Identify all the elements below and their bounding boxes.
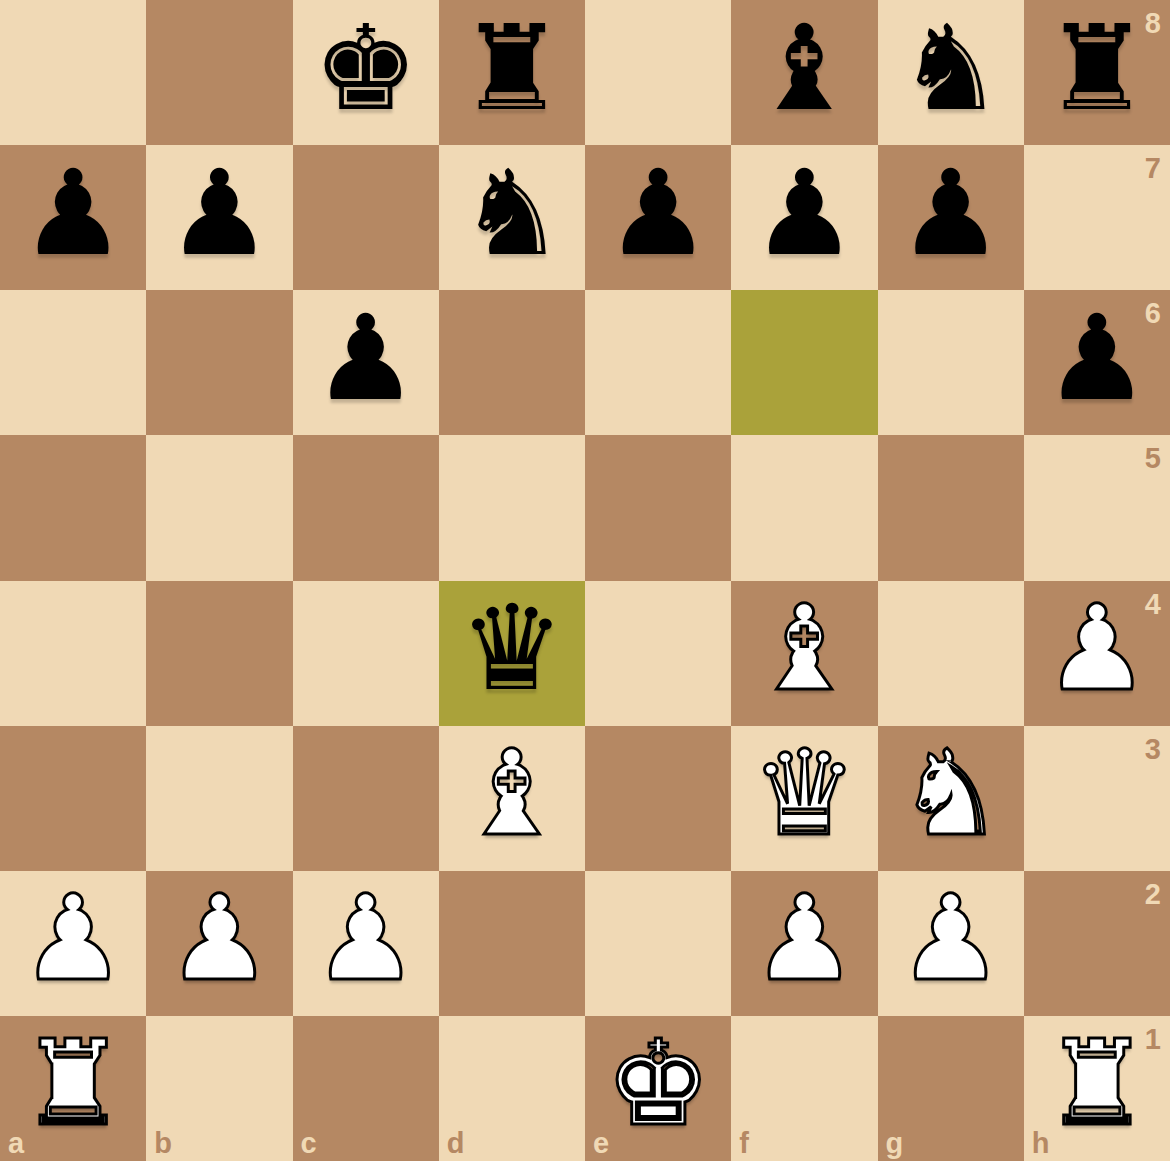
square-f2[interactable]: ♟ bbox=[731, 871, 877, 1016]
rank-label-3: 3 bbox=[1145, 733, 1161, 766]
black-rook[interactable]: ♜ bbox=[459, 9, 565, 127]
white-rook[interactable]: ♜ bbox=[1044, 1024, 1150, 1142]
square-e3[interactable] bbox=[585, 726, 731, 871]
rank-label-7: 7 bbox=[1145, 152, 1161, 185]
chess-board: ♚♜♝♞♜8♟♟♞♟♟♟7♟♟65♛♝♟4♝♛♞3♟♟♟♟♟2♜abcd♚efg… bbox=[0, 0, 1170, 1161]
black-pawn[interactable]: ♟ bbox=[751, 154, 857, 272]
black-pawn[interactable]: ♟ bbox=[898, 154, 1004, 272]
square-f3[interactable]: ♛ bbox=[731, 726, 877, 871]
square-e4[interactable] bbox=[585, 581, 731, 726]
file-label-g: g bbox=[886, 1127, 904, 1160]
black-bishop[interactable]: ♝ bbox=[751, 9, 857, 127]
black-knight[interactable]: ♞ bbox=[459, 154, 565, 272]
square-g6[interactable] bbox=[878, 290, 1024, 435]
square-a7[interactable]: ♟ bbox=[0, 145, 146, 290]
square-h3[interactable]: 3 bbox=[1024, 726, 1170, 871]
black-queen[interactable]: ♛ bbox=[459, 589, 565, 707]
square-e2[interactable] bbox=[585, 871, 731, 1016]
square-e6[interactable] bbox=[585, 290, 731, 435]
square-h6[interactable]: ♟6 bbox=[1024, 290, 1170, 435]
white-pawn[interactable]: ♟ bbox=[166, 879, 272, 997]
square-f1[interactable]: f bbox=[731, 1016, 877, 1161]
square-b2[interactable]: ♟ bbox=[146, 871, 292, 1016]
white-bishop[interactable]: ♝ bbox=[459, 734, 565, 852]
square-a4[interactable] bbox=[0, 581, 146, 726]
square-g2[interactable]: ♟ bbox=[878, 871, 1024, 1016]
square-f7[interactable]: ♟ bbox=[731, 145, 877, 290]
square-d6[interactable] bbox=[439, 290, 585, 435]
square-f4[interactable]: ♝ bbox=[731, 581, 877, 726]
square-a3[interactable] bbox=[0, 726, 146, 871]
square-c4[interactable] bbox=[293, 581, 439, 726]
square-b8[interactable] bbox=[146, 0, 292, 145]
square-c8[interactable]: ♚ bbox=[293, 0, 439, 145]
black-knight[interactable]: ♞ bbox=[898, 9, 1004, 127]
square-d8[interactable]: ♜ bbox=[439, 0, 585, 145]
black-pawn[interactable]: ♟ bbox=[1044, 299, 1150, 417]
square-c6[interactable]: ♟ bbox=[293, 290, 439, 435]
file-label-b: b bbox=[154, 1127, 172, 1160]
black-pawn[interactable]: ♟ bbox=[313, 299, 419, 417]
square-b6[interactable] bbox=[146, 290, 292, 435]
square-g1[interactable]: g bbox=[878, 1016, 1024, 1161]
square-h8[interactable]: ♜8 bbox=[1024, 0, 1170, 145]
square-g8[interactable]: ♞ bbox=[878, 0, 1024, 145]
square-h5[interactable]: 5 bbox=[1024, 435, 1170, 580]
white-pawn[interactable]: ♟ bbox=[751, 879, 857, 997]
square-b1[interactable]: b bbox=[146, 1016, 292, 1161]
white-pawn[interactable]: ♟ bbox=[1044, 589, 1150, 707]
square-h2[interactable]: 2 bbox=[1024, 871, 1170, 1016]
square-b7[interactable]: ♟ bbox=[146, 145, 292, 290]
square-d1[interactable]: d bbox=[439, 1016, 585, 1161]
square-b5[interactable] bbox=[146, 435, 292, 580]
square-a8[interactable] bbox=[0, 0, 146, 145]
square-b4[interactable] bbox=[146, 581, 292, 726]
square-d4[interactable]: ♛ bbox=[439, 581, 585, 726]
white-pawn[interactable]: ♟ bbox=[20, 879, 126, 997]
rank-label-5: 5 bbox=[1145, 442, 1161, 475]
square-h4[interactable]: ♟4 bbox=[1024, 581, 1170, 726]
square-c7[interactable] bbox=[293, 145, 439, 290]
square-a5[interactable] bbox=[0, 435, 146, 580]
black-pawn[interactable]: ♟ bbox=[166, 154, 272, 272]
white-pawn[interactable]: ♟ bbox=[898, 879, 1004, 997]
file-label-c: c bbox=[301, 1127, 317, 1160]
white-pawn[interactable]: ♟ bbox=[313, 879, 419, 997]
square-h1[interactable]: ♜1h bbox=[1024, 1016, 1170, 1161]
square-g5[interactable] bbox=[878, 435, 1024, 580]
white-queen[interactable]: ♛ bbox=[751, 734, 857, 852]
square-e1[interactable]: ♚e bbox=[585, 1016, 731, 1161]
square-e8[interactable] bbox=[585, 0, 731, 145]
square-f6[interactable] bbox=[731, 290, 877, 435]
white-king[interactable]: ♚ bbox=[605, 1024, 711, 1142]
black-pawn[interactable]: ♟ bbox=[605, 154, 711, 272]
square-g3[interactable]: ♞ bbox=[878, 726, 1024, 871]
square-f5[interactable] bbox=[731, 435, 877, 580]
square-g4[interactable] bbox=[878, 581, 1024, 726]
square-g7[interactable]: ♟ bbox=[878, 145, 1024, 290]
file-label-d: d bbox=[447, 1127, 465, 1160]
chess-board-wrap: ♚♜♝♞♜8♟♟♞♟♟♟7♟♟65♛♝♟4♝♛♞3♟♟♟♟♟2♜abcd♚efg… bbox=[0, 0, 1170, 1161]
square-d2[interactable] bbox=[439, 871, 585, 1016]
white-knight[interactable]: ♞ bbox=[898, 734, 1004, 852]
square-b3[interactable] bbox=[146, 726, 292, 871]
square-d7[interactable]: ♞ bbox=[439, 145, 585, 290]
square-a6[interactable] bbox=[0, 290, 146, 435]
square-c2[interactable]: ♟ bbox=[293, 871, 439, 1016]
file-label-f: f bbox=[739, 1127, 749, 1160]
square-f8[interactable]: ♝ bbox=[731, 0, 877, 145]
square-h7[interactable]: 7 bbox=[1024, 145, 1170, 290]
white-rook[interactable]: ♜ bbox=[20, 1024, 126, 1142]
square-d3[interactable]: ♝ bbox=[439, 726, 585, 871]
square-c5[interactable] bbox=[293, 435, 439, 580]
square-a2[interactable]: ♟ bbox=[0, 871, 146, 1016]
square-d5[interactable] bbox=[439, 435, 585, 580]
white-bishop[interactable]: ♝ bbox=[751, 589, 857, 707]
black-king[interactable]: ♚ bbox=[313, 9, 419, 127]
rank-label-2: 2 bbox=[1145, 878, 1161, 911]
square-c3[interactable] bbox=[293, 726, 439, 871]
square-e7[interactable]: ♟ bbox=[585, 145, 731, 290]
square-e5[interactable] bbox=[585, 435, 731, 580]
square-c1[interactable]: c bbox=[293, 1016, 439, 1161]
black-rook[interactable]: ♜ bbox=[1044, 9, 1150, 127]
black-pawn[interactable]: ♟ bbox=[20, 154, 126, 272]
square-a1[interactable]: ♜a bbox=[0, 1016, 146, 1161]
